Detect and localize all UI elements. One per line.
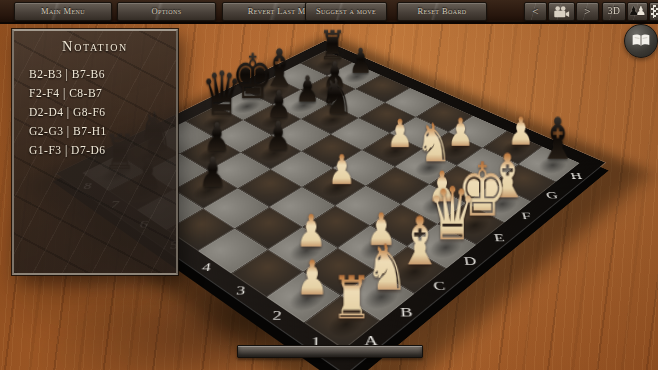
piece-wR-a1[interactable]: ♜ — [326, 269, 378, 328]
open-book-button[interactable] — [624, 24, 658, 58]
game-screen: ABCDEFGH12345678♜♞♛♚♝♜♟♟♟♟♟♟♟♟♞♟♟♟♞♟♟♟♟♟… — [0, 0, 658, 370]
notation-panel: Notation B2-B3 | B7-B6F2-F4 | C8-B7D2-D4… — [12, 29, 178, 275]
suggest-a-move-button[interactable]: Suggest a move — [305, 2, 387, 21]
piece-wP-b3[interactable]: ♟ — [287, 208, 334, 253]
board-2d-button[interactable] — [649, 2, 658, 21]
camera-zoom-slider[interactable] — [237, 345, 423, 358]
notation-move-row-4: G2-G3 | B7-H1 — [29, 122, 176, 141]
camera-prev-button[interactable]: < — [524, 2, 547, 21]
file-label-G: G — [527, 190, 576, 201]
reset-board-button[interactable]: Reset Board — [397, 2, 487, 21]
white-piece-icon: ♟ — [636, 4, 647, 18]
notation-move-row-3: D2-D4 | G8-F6 — [29, 103, 176, 122]
rank-label-4: 4 — [193, 251, 219, 284]
piece-bB-h1[interactable]: ♝ — [537, 110, 579, 167]
checkerboard-icon — [651, 5, 658, 18]
notation-move-row-5: G1-F3 | D7-D6 — [29, 141, 176, 160]
camera-icon — [553, 6, 570, 18]
piece-wP-d4[interactable]: ♟ — [320, 149, 363, 190]
open-book-icon — [631, 33, 651, 48]
notation-move-row-1: B2-B3 | B7-B6 — [29, 65, 176, 84]
notation-title: Notation — [14, 38, 176, 55]
toolbar: Main Menu Options Revert Last Move Sugge… — [0, 0, 658, 24]
camera-view-button[interactable] — [548, 2, 575, 21]
notation-move-list: B2-B3 | B7-B6F2-F4 | C8-B7D2-D4 | G8-F6G… — [29, 65, 176, 160]
piece-bP-d6[interactable]: ♟ — [258, 116, 299, 155]
main-menu-button[interactable]: Main Menu — [14, 2, 112, 21]
camera-next-button[interactable]: > — [576, 2, 599, 21]
file-label-D: D — [444, 254, 497, 267]
rank-label-3: 3 — [228, 273, 253, 308]
options-button[interactable]: Options — [117, 2, 216, 21]
piece-bN-f6[interactable]: ♞ — [317, 73, 356, 122]
notation-move-row-2: F2-F4 | C8-B7 — [29, 84, 176, 103]
piece-bP-b6[interactable]: ♟ — [191, 152, 234, 194]
piece-set-button[interactable]: ♟♟ — [627, 2, 648, 21]
3d-mode-button[interactable]: 3D — [602, 2, 626, 21]
